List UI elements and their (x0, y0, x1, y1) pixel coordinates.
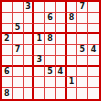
cell-r8c2[interactable] (13, 77, 24, 88)
given-digit: 1 (36, 35, 42, 43)
given-digit: 5 (47, 68, 53, 76)
cell-r1c8[interactable]: 7 (77, 2, 88, 13)
cell-r8c3[interactable] (24, 77, 35, 88)
cell-r4c1[interactable]: 2 (2, 34, 13, 45)
given-digit: 7 (15, 46, 21, 54)
cell-r5c1[interactable] (2, 45, 13, 56)
cell-r9c8[interactable] (77, 88, 88, 99)
given-digit: 4 (57, 68, 63, 76)
cell-r1c5[interactable] (45, 2, 56, 13)
cell-r1c7[interactable] (67, 2, 78, 13)
given-digit: 8 (4, 90, 10, 98)
cell-r8c9[interactable] (88, 77, 99, 88)
cell-r3c6[interactable] (56, 24, 67, 35)
cell-r8c1[interactable] (2, 77, 13, 88)
cell-r4c3[interactable] (24, 34, 35, 45)
given-digit: 4 (91, 46, 97, 54)
cell-r3c1[interactable] (2, 24, 13, 35)
cell-r5c9[interactable]: 4 (88, 45, 99, 56)
cell-r9c2[interactable] (13, 88, 24, 99)
sudoku-board: 37685218754365418 (0, 0, 101, 101)
cell-r4c9[interactable] (88, 34, 99, 45)
given-digit: 3 (25, 3, 31, 11)
given-digit: 2 (4, 35, 10, 43)
cell-r3c4[interactable] (34, 24, 45, 35)
given-digit: 6 (47, 14, 53, 22)
cell-r7c8[interactable] (77, 67, 88, 78)
cell-r1c3[interactable]: 3 (24, 2, 35, 13)
cell-r9c4[interactable] (34, 88, 45, 99)
given-digit: 5 (15, 24, 21, 32)
cell-r7c7[interactable] (67, 67, 78, 78)
cell-r7c2[interactable] (13, 67, 24, 78)
cell-r6c1[interactable] (2, 56, 13, 67)
cell-r2c8[interactable] (77, 13, 88, 24)
cell-r6c6[interactable] (56, 56, 67, 67)
cell-r5c8[interactable]: 5 (77, 45, 88, 56)
cell-r6c2[interactable] (13, 56, 24, 67)
cell-r9c9[interactable] (88, 88, 99, 99)
cell-r2c4[interactable] (34, 13, 45, 24)
cell-r9c6[interactable] (56, 88, 67, 99)
cell-r7c5[interactable]: 5 (45, 67, 56, 78)
cell-r8c5[interactable] (45, 77, 56, 88)
cell-r9c5[interactable] (45, 88, 56, 99)
cell-r2c3[interactable] (24, 13, 35, 24)
given-digit: 5 (80, 46, 86, 54)
cell-r3c7[interactable] (67, 24, 78, 35)
cell-r4c4[interactable]: 1 (34, 34, 45, 45)
cell-r6c5[interactable] (45, 56, 56, 67)
cell-r4c8[interactable] (77, 34, 88, 45)
cell-r4c2[interactable] (13, 34, 24, 45)
cell-r4c5[interactable]: 8 (45, 34, 56, 45)
cell-r1c1[interactable] (2, 2, 13, 13)
cell-r1c4[interactable] (34, 2, 45, 13)
cell-r9c1[interactable]: 8 (2, 88, 13, 99)
cell-r9c7[interactable] (67, 88, 78, 99)
cell-r3c3[interactable] (24, 24, 35, 35)
cell-r1c9[interactable] (88, 2, 99, 13)
cell-r9c3[interactable] (24, 88, 35, 99)
cell-r5c4[interactable] (34, 45, 45, 56)
cell-r1c2[interactable] (13, 2, 24, 13)
cell-r5c7[interactable] (67, 45, 78, 56)
cell-r5c6[interactable] (56, 45, 67, 56)
cell-r5c3[interactable] (24, 45, 35, 56)
cell-r3c8[interactable] (77, 24, 88, 35)
cell-r2c7[interactable]: 8 (67, 13, 78, 24)
cell-r8c4[interactable] (34, 77, 45, 88)
cell-r4c6[interactable] (56, 34, 67, 45)
cell-r5c5[interactable] (45, 45, 56, 56)
given-digit: 6 (4, 68, 10, 76)
cell-r6c3[interactable] (24, 56, 35, 67)
cell-r3c9[interactable] (88, 24, 99, 35)
cell-r5c2[interactable]: 7 (13, 45, 24, 56)
given-digit: 8 (47, 35, 53, 43)
cell-r4c7[interactable] (67, 34, 78, 45)
cell-r7c6[interactable]: 4 (56, 67, 67, 78)
cell-r7c4[interactable] (34, 67, 45, 78)
cell-r7c9[interactable] (88, 67, 99, 78)
given-digit: 3 (36, 56, 42, 64)
given-digit: 8 (69, 14, 75, 22)
given-digit: 1 (69, 78, 75, 86)
given-digit: 7 (80, 3, 86, 11)
cell-r7c3[interactable] (24, 67, 35, 78)
cell-r3c2[interactable]: 5 (13, 24, 24, 35)
cell-r8c6[interactable] (56, 77, 67, 88)
cell-r1c6[interactable] (56, 2, 67, 13)
cell-r2c5[interactable]: 6 (45, 13, 56, 24)
cell-r2c2[interactable] (13, 13, 24, 24)
cell-r8c7[interactable]: 1 (67, 77, 78, 88)
cell-r7c1[interactable]: 6 (2, 67, 13, 78)
cell-r6c8[interactable] (77, 56, 88, 67)
cell-r2c1[interactable] (2, 13, 13, 24)
cell-r2c6[interactable] (56, 13, 67, 24)
cell-r3c5[interactable] (45, 24, 56, 35)
cell-r8c8[interactable] (77, 77, 88, 88)
cell-r2c9[interactable] (88, 13, 99, 24)
cell-r6c7[interactable] (67, 56, 78, 67)
cell-r6c9[interactable] (88, 56, 99, 67)
cell-r6c4[interactable]: 3 (34, 56, 45, 67)
